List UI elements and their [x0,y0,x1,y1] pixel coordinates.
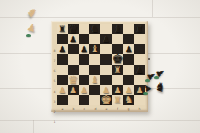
felt-base [26,34,31,37]
square-g6: ♟ [123,44,134,54]
square-a6: ♟ [57,44,68,54]
square-g1: ♞ [123,95,134,105]
file-label-d: d [91,106,100,110]
square-f5: ♚ [112,54,124,64]
square-c8 [79,24,90,34]
square-e5 [100,54,112,64]
square-d2 [89,85,100,95]
square-b5 [68,54,79,64]
square-b8: ♛ [68,24,79,34]
square-b6 [68,44,79,54]
white-knight-icon: ♞ [29,9,34,18]
square-e1: ♚ [100,95,112,105]
rank-label-6: 6 [52,66,56,74]
table-plank-line [0,120,200,121]
square-f7 [112,34,124,44]
square-a5 [57,54,68,64]
file-label-c: c [80,106,89,110]
file-label-h: h [135,106,144,110]
square-h7 [134,34,145,44]
square-e8 [100,24,112,34]
square-c6: ♟ [79,44,90,54]
square-b3: ♛ [68,75,79,85]
black-knight-icon: ♞ [155,85,165,89]
square-g7 [123,34,134,44]
captured-black-pawn: ♟ [143,86,151,88]
square-g3 [123,75,134,85]
black-pawn-icon: ♟ [149,72,153,80]
board-squares: ♜♛♞♝♜♟♟♟♟♝♟♚♜♟♛♝♟♟♟♟♟♟♟♚♜♞ [57,24,145,105]
black-pawn-icon: ♟ [144,86,151,91]
square-f2: ♟ [112,85,124,95]
file-label-a: a [58,106,67,110]
rank-label-1: 1 [52,117,56,125]
square-f8: ♝ [112,24,124,34]
square-a3 [57,75,68,85]
felt-base [143,92,148,95]
square-g8 [123,24,134,34]
square-e4 [100,65,112,75]
square-d6: ♝ [89,44,100,54]
photo-scene: 87654321 ♜♛♞♝♜♟♟♟♟♝♟♚♜♟♛♝♟♟♟♟♟♟♟♚♜♞ abcd… [0,0,200,133]
square-e7: ♟ [100,34,112,44]
square-e6 [100,44,112,54]
rank-label-8: 8 [52,46,56,54]
file-label-b: b [69,106,78,110]
square-d5 [89,54,100,64]
captured-white-knight: ♞ [27,11,37,13]
square-g4 [123,65,134,75]
square-d1 [89,95,100,105]
table-speck [148,58,150,60]
square-a2: ♟ [57,85,68,95]
rank-label-3: 3 [52,97,56,105]
rank-label-5: 5 [52,76,56,84]
square-h1 [134,95,145,105]
square-b7: ♟ [68,34,79,44]
square-h8: ♜ [134,24,145,34]
square-h6 [134,44,145,54]
square-c4 [79,65,90,75]
square-f1: ♜ [112,95,124,105]
square-f4: ♜ [112,65,124,75]
square-a4 [57,65,68,75]
rank-labels: 87654321 [52,45,57,126]
square-c3 [79,75,90,85]
captured-white-pawn: ♟ [27,26,36,28]
square-c7 [79,34,90,44]
white-pawn-icon: ♟ [27,27,36,30]
square-b1 [68,95,79,105]
file-label-g: g [124,106,133,110]
rank-label-7: 7 [52,56,56,64]
file-label-f: f [113,106,122,110]
square-f3 [112,75,124,85]
chess-board: 87654321 ♜♛♞♝♜♟♟♟♟♝♟♚♜♟♛♝♟♟♟♟♟♟♟♚♜♞ abcd… [51,21,148,112]
captured-black-knight: ♞ [155,86,166,87]
square-a7 [57,34,68,44]
square-g5 [123,54,134,64]
square-e3 [100,75,112,85]
rank-label-2: 2 [52,107,56,115]
black-pawn-icon: ♟ [158,69,162,77]
rank-label-4: 4 [52,87,56,95]
captured-black-pawn: ♟ [156,71,165,73]
square-b2: ♟ [68,85,79,95]
square-a8: ♜ [57,24,68,34]
table-plank-seam [152,0,153,17]
square-d8: ♞ [89,24,100,34]
square-h5 [134,54,145,64]
table-plank-seam [33,120,34,133]
square-h4: ♟ [134,65,145,75]
square-a1 [57,95,68,105]
square-d3: ♝ [89,75,100,85]
square-c2: ♟ [79,85,90,95]
square-c1 [79,95,90,105]
square-c5 [79,54,90,64]
